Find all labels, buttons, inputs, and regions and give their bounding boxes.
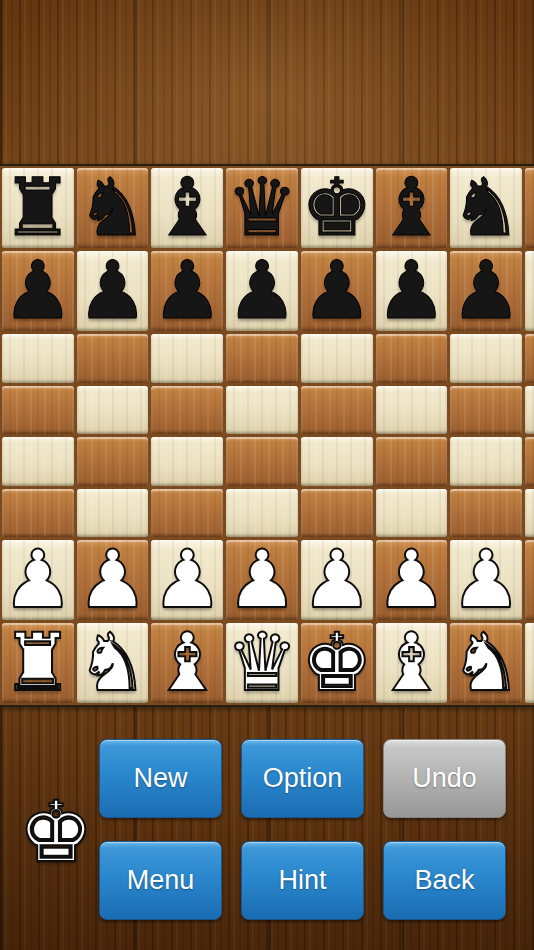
- square-c7[interactable]: ♟: [151, 251, 223, 331]
- piece-white-pawn: ♟: [525, 540, 534, 620]
- piece-black-rook: ♜: [525, 168, 534, 248]
- piece-black-pawn: ♟: [301, 251, 373, 331]
- square-g8[interactable]: ♞: [450, 168, 522, 248]
- piece-white-pawn: ♟: [450, 540, 522, 620]
- square-g3[interactable]: [450, 489, 522, 538]
- square-h4[interactable]: [525, 437, 534, 486]
- square-e6[interactable]: [301, 334, 373, 383]
- square-g7[interactable]: ♟: [450, 251, 522, 331]
- square-e2[interactable]: ♟: [301, 540, 373, 620]
- chess-board: ♜♞♝♛♚♝♞♜♟♟♟♟♟♟♟♟♟♟♟♟♟♟♟♟♜♞♝♛♚♝♞♜: [0, 164, 534, 707]
- piece-white-bishop: ♝: [151, 623, 223, 703]
- square-e1[interactable]: ♚: [301, 623, 373, 703]
- square-d5[interactable]: [226, 386, 298, 435]
- piece-white-pawn: ♟: [376, 540, 448, 620]
- square-d3[interactable]: [226, 489, 298, 538]
- square-b5[interactable]: [77, 386, 149, 435]
- square-a8[interactable]: ♜: [2, 168, 74, 248]
- piece-white-knight: ♞: [77, 623, 149, 703]
- option-button[interactable]: Option: [241, 739, 364, 818]
- undo-button[interactable]: Undo: [383, 739, 506, 818]
- piece-black-pawn: ♟: [151, 251, 223, 331]
- piece-white-queen: ♛: [226, 623, 298, 703]
- piece-black-pawn: ♟: [77, 251, 149, 331]
- square-h2[interactable]: ♟: [525, 540, 534, 620]
- square-f8[interactable]: ♝: [376, 168, 448, 248]
- square-g2[interactable]: ♟: [450, 540, 522, 620]
- square-e7[interactable]: ♟: [301, 251, 373, 331]
- square-a7[interactable]: ♟: [2, 251, 74, 331]
- square-a5[interactable]: [2, 386, 74, 435]
- square-d7[interactable]: ♟: [226, 251, 298, 331]
- piece-white-bishop: ♝: [376, 623, 448, 703]
- square-g1[interactable]: ♞: [450, 623, 522, 703]
- square-f4[interactable]: [376, 437, 448, 486]
- square-d2[interactable]: ♟: [226, 540, 298, 620]
- piece-black-bishop: ♝: [151, 168, 223, 248]
- square-b6[interactable]: [77, 334, 149, 383]
- square-c6[interactable]: [151, 334, 223, 383]
- square-b4[interactable]: [77, 437, 149, 486]
- new-button[interactable]: New: [99, 739, 222, 818]
- square-f7[interactable]: ♟: [376, 251, 448, 331]
- square-h5[interactable]: [525, 386, 534, 435]
- piece-white-king: ♚: [301, 623, 373, 703]
- piece-white-rook: ♜: [2, 623, 74, 703]
- square-h8[interactable]: ♜: [525, 168, 534, 248]
- square-a3[interactable]: [2, 489, 74, 538]
- piece-black-king: ♚: [301, 168, 373, 248]
- square-c4[interactable]: [151, 437, 223, 486]
- piece-white-pawn: ♟: [151, 540, 223, 620]
- piece-black-knight: ♞: [450, 168, 522, 248]
- hint-button[interactable]: Hint: [241, 841, 364, 920]
- square-b3[interactable]: [77, 489, 149, 538]
- square-d8[interactable]: ♛: [226, 168, 298, 248]
- square-h3[interactable]: [525, 489, 534, 538]
- piece-white-rook: ♜: [525, 623, 534, 703]
- square-h1[interactable]: ♜: [525, 623, 534, 703]
- square-g5[interactable]: [450, 386, 522, 435]
- square-e3[interactable]: [301, 489, 373, 538]
- square-g4[interactable]: [450, 437, 522, 486]
- square-b1[interactable]: ♞: [77, 623, 149, 703]
- square-b7[interactable]: ♟: [77, 251, 149, 331]
- piece-white-pawn: ♟: [226, 540, 298, 620]
- square-h7[interactable]: ♟: [525, 251, 534, 331]
- square-f1[interactable]: ♝: [376, 623, 448, 703]
- piece-black-bishop: ♝: [376, 168, 448, 248]
- square-a1[interactable]: ♜: [2, 623, 74, 703]
- piece-black-pawn: ♟: [450, 251, 522, 331]
- piece-black-queen: ♛: [226, 168, 298, 248]
- square-h6[interactable]: [525, 334, 534, 383]
- square-g6[interactable]: [450, 334, 522, 383]
- piece-black-rook: ♜: [2, 168, 74, 248]
- square-e8[interactable]: ♚: [301, 168, 373, 248]
- square-f6[interactable]: [376, 334, 448, 383]
- piece-black-knight: ♞: [77, 168, 149, 248]
- piece-white-pawn: ♟: [301, 540, 373, 620]
- square-a4[interactable]: [2, 437, 74, 486]
- white-king-icon: ♚: [18, 790, 93, 874]
- square-f5[interactable]: [376, 386, 448, 435]
- square-d6[interactable]: [226, 334, 298, 383]
- app-background: { "game": "chess", "position": "rnbqkbnr…: [0, 0, 534, 950]
- square-d1[interactable]: ♛: [226, 623, 298, 703]
- square-a6[interactable]: [2, 334, 74, 383]
- square-e5[interactable]: [301, 386, 373, 435]
- square-f3[interactable]: [376, 489, 448, 538]
- back-button[interactable]: Back: [383, 841, 506, 920]
- piece-black-pawn: ♟: [2, 251, 74, 331]
- piece-black-pawn: ♟: [226, 251, 298, 331]
- square-b2[interactable]: ♟: [77, 540, 149, 620]
- piece-black-pawn: ♟: [525, 251, 534, 331]
- square-f2[interactable]: ♟: [376, 540, 448, 620]
- piece-white-knight: ♞: [450, 623, 522, 703]
- piece-white-pawn: ♟: [2, 540, 74, 620]
- square-c8[interactable]: ♝: [151, 168, 223, 248]
- square-c3[interactable]: [151, 489, 223, 538]
- square-a2[interactable]: ♟: [2, 540, 74, 620]
- control-panel: New Option Undo Menu Hint Back: [99, 739, 506, 920]
- menu-button[interactable]: Menu: [99, 841, 222, 920]
- piece-black-pawn: ♟: [376, 251, 448, 331]
- square-c1[interactable]: ♝: [151, 623, 223, 703]
- square-c5[interactable]: [151, 386, 223, 435]
- square-c2[interactable]: ♟: [151, 540, 223, 620]
- turn-indicator: ♚: [14, 790, 98, 874]
- square-b8[interactable]: ♞: [77, 168, 149, 248]
- square-e4[interactable]: [301, 437, 373, 486]
- square-d4[interactable]: [226, 437, 298, 486]
- piece-white-pawn: ♟: [77, 540, 149, 620]
